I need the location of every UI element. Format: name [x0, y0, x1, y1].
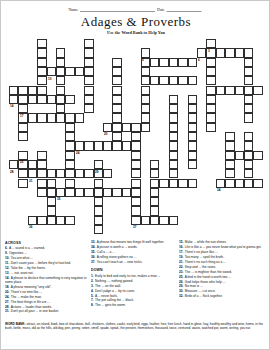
worksheet-page: NameDate Adages & Proverbs Use the Word …: [0, 0, 270, 350]
grid-cell[interactable]: [56, 169, 65, 178]
grid-cell[interactable]: [65, 216, 74, 225]
clue-number: 28: [10, 170, 13, 173]
grid-cell[interactable]: [18, 123, 27, 132]
grid-cell[interactable]: 12: [9, 86, 18, 95]
grid-cell[interactable]: [188, 104, 197, 113]
grid-cell[interactable]: [131, 169, 140, 178]
grid-cell[interactable]: [94, 188, 103, 197]
grid-cell[interactable]: [65, 95, 74, 104]
across-clue: 6. A ... saved is a ... earned.: [5, 246, 89, 250]
down-clue: 1. Early to bed and early to rise, makes…: [91, 274, 177, 278]
across-down-clues-column: 33. A phrase that means two things fit w…: [91, 240, 177, 324]
grid-cell[interactable]: 17: [18, 104, 27, 113]
grid-cell[interactable]: [244, 151, 253, 160]
down-clue: 17. There's no place like ...: [179, 250, 267, 254]
grid-cell[interactable]: [84, 104, 93, 113]
grid-cell[interactable]: [150, 188, 159, 197]
grid-cell[interactable]: [244, 160, 253, 169]
grid-cell[interactable]: [75, 67, 84, 76]
grid-cell[interactable]: [65, 132, 74, 141]
grid-cell[interactable]: [188, 141, 197, 150]
grid-cell[interactable]: 26: [37, 151, 46, 160]
across-clues-column: ACROSS6. A ... saved is a ... earned.9. …: [5, 240, 89, 324]
grid-cell[interactable]: [235, 179, 244, 188]
grid-cell[interactable]: 19: [65, 113, 74, 122]
grid-cell[interactable]: [103, 188, 112, 197]
grid-cell[interactable]: [206, 113, 215, 122]
grid-cell[interactable]: 16: [188, 95, 197, 104]
grid-cell[interactable]: [225, 86, 234, 95]
across-clue: 12. Take the ... by the horns.: [5, 266, 89, 270]
clue-number: 14: [10, 104, 13, 107]
clue-number: 25: [20, 160, 23, 163]
grid-cell[interactable]: [112, 67, 121, 76]
grid-cell[interactable]: [206, 67, 215, 76]
grid-cell[interactable]: [37, 188, 46, 197]
grid-cell[interactable]: [150, 206, 159, 215]
grid-cell[interactable]: [56, 58, 65, 67]
word-bank-label: WORD BANK:: [5, 322, 26, 326]
grid-cell[interactable]: [253, 179, 262, 188]
grid-cell[interactable]: [37, 58, 46, 67]
grid-cell[interactable]: 1: [37, 39, 46, 48]
grid-cell[interactable]: [18, 132, 27, 141]
grid-cell[interactable]: [225, 179, 234, 188]
grid-cell[interactable]: [150, 169, 159, 178]
grid-cell[interactable]: [112, 188, 121, 197]
down-clue: 2. Nothing ..., nothing gained.: [91, 279, 177, 283]
grid-cell[interactable]: [112, 123, 121, 132]
grid-cell[interactable]: [141, 123, 150, 132]
grid-cell[interactable]: 20: [103, 123, 112, 132]
grid-cell[interactable]: [18, 179, 27, 188]
grid-cell[interactable]: [37, 169, 46, 178]
grid-cell[interactable]: [28, 113, 37, 122]
grid-cell[interactable]: [37, 160, 46, 169]
down-clue: 26. God helps those who help ...: [179, 279, 267, 283]
grid-cell[interactable]: [37, 95, 46, 104]
down-clue: 21. There's no such thing as a ...: [179, 260, 267, 264]
grid-cell[interactable]: [94, 206, 103, 215]
grid-cell[interactable]: [244, 113, 253, 122]
clue-number: 3: [208, 49, 210, 52]
grid-cell[interactable]: [131, 141, 140, 150]
grid-cell[interactable]: [244, 95, 253, 104]
grid-cell[interactable]: [169, 58, 178, 67]
grid-cell[interactable]: [103, 169, 112, 178]
grid-cell[interactable]: [169, 123, 178, 132]
grid-cell[interactable]: [169, 104, 178, 113]
grid-cell[interactable]: [225, 169, 234, 178]
across-clue: 10. You are what ...: [5, 256, 89, 260]
word-bank-words: attract, an island, book, box of chocola…: [5, 322, 263, 330]
grid-cell[interactable]: [56, 113, 65, 122]
grid-cell[interactable]: [216, 86, 225, 95]
grid-cell[interactable]: [206, 58, 215, 67]
grid-cell[interactable]: [188, 58, 197, 67]
grid-cell[interactable]: [47, 169, 56, 178]
across-clue: 24. The ... make the man.: [5, 294, 89, 298]
grid-cell[interactable]: 29: [94, 160, 103, 169]
across-clue: 35. Call a ... a ...: [91, 250, 177, 254]
grid-cell[interactable]: [159, 76, 168, 85]
grid-cell[interactable]: [112, 95, 121, 104]
grid-cell[interactable]: 27: [225, 151, 234, 160]
grid-cell[interactable]: [169, 132, 178, 141]
grid-cell[interactable]: [122, 123, 131, 132]
grid-cell[interactable]: [206, 104, 215, 113]
grid-cell[interactable]: [37, 67, 46, 76]
grid-cell[interactable]: [178, 76, 187, 85]
down-clue: 25. A bird in the hand is worth two ...: [179, 274, 267, 278]
grid-cell[interactable]: 2: [84, 39, 93, 48]
down-clue: 19. Too many ... spoil the broth.: [179, 255, 267, 259]
down-clue: 5. A ... never boils.: [91, 293, 177, 297]
grid-cell[interactable]: [141, 86, 150, 95]
clue-number: 35: [57, 197, 60, 200]
clue-number: 36: [29, 225, 32, 228]
grid-cell[interactable]: [188, 132, 197, 141]
grid-cell[interactable]: [94, 225, 103, 234]
grid-cell[interactable]: [84, 141, 93, 150]
grid-cell[interactable]: [56, 67, 65, 76]
grid-cell[interactable]: [28, 95, 37, 104]
clue-number: 10: [48, 77, 51, 80]
grid-cell[interactable]: [47, 95, 56, 104]
grid-cell[interactable]: [141, 67, 150, 76]
grid-cell[interactable]: [112, 104, 121, 113]
grid-cell[interactable]: 22: [225, 132, 234, 141]
grid-cell[interactable]: [84, 76, 93, 85]
grid-cell[interactable]: 23: [244, 132, 253, 141]
grid-cell[interactable]: [94, 216, 103, 225]
across-clue: 9. Opposites ...: [5, 251, 89, 255]
down-clue: 4. Don't judge a ... by its cover.: [91, 288, 177, 292]
grid-cell[interactable]: [169, 141, 178, 150]
grid-cell[interactable]: [206, 76, 215, 85]
across-clue: 11. Don't count your ... before they're …: [5, 261, 89, 265]
grid-cell[interactable]: [244, 179, 253, 188]
clue-number: 20: [104, 132, 107, 135]
down-clue: 15. Make ... while the sun shines.: [179, 240, 267, 244]
across-clue: 37. You can't teach an ... new tricks.: [91, 260, 177, 264]
grid-cell[interactable]: 3: [206, 39, 215, 48]
grid-cell[interactable]: [75, 113, 84, 122]
grid-cell[interactable]: [244, 104, 253, 113]
grid-cell[interactable]: [37, 179, 46, 188]
grid-cell[interactable]: 21: [131, 123, 140, 132]
grid-cell[interactable]: [188, 151, 197, 160]
grid-cell[interactable]: [253, 86, 262, 95]
date-blank-line[interactable]: [167, 7, 202, 12]
grid-cell[interactable]: [244, 58, 253, 67]
grid-cell[interactable]: [150, 76, 159, 85]
grid-cell[interactable]: [122, 188, 131, 197]
grid-cell[interactable]: 5: [141, 48, 150, 57]
grid-cell[interactable]: 35: [56, 188, 65, 197]
grid-cell[interactable]: [131, 160, 140, 169]
grid-cell[interactable]: 14: [9, 95, 18, 104]
grid-cell[interactable]: [65, 151, 74, 160]
down-clue: 32. Birds of a ... flock together.: [179, 294, 267, 298]
date-label: Date: [157, 8, 165, 13]
grid-cell[interactable]: 25: [18, 151, 27, 160]
grid-cell[interactable]: [65, 123, 74, 132]
grid-cell[interactable]: [169, 169, 178, 178]
grid-cell[interactable]: [94, 197, 103, 206]
down-clue: 16. Life is like a ... you never know wh…: [179, 245, 267, 249]
grid-cell[interactable]: [188, 179, 197, 188]
grid-cell[interactable]: [84, 86, 93, 95]
grid-cell[interactable]: [37, 216, 46, 225]
grid-cell[interactable]: [103, 141, 112, 150]
grid-cell[interactable]: [244, 86, 253, 95]
grid-cell[interactable]: [112, 141, 121, 150]
name-label: Name: [68, 8, 78, 13]
page-title: Adages & Proverbs: [1, 14, 270, 30]
grid-cell[interactable]: [112, 86, 121, 95]
grid-cell[interactable]: [188, 123, 197, 132]
across-clue: 36. A rolling stone gathers no ...: [91, 255, 177, 259]
grid-cell[interactable]: [112, 113, 121, 122]
grid-cell[interactable]: 10: [47, 67, 56, 76]
grid-cell[interactable]: [150, 216, 159, 225]
across-clue: 20. There's no time like ...: [5, 290, 89, 294]
grid-cell[interactable]: [188, 76, 197, 85]
down-clue: 29. No man is ...: [179, 284, 267, 288]
down-clue: 23. The ... is mightier than the sword.: [179, 269, 267, 273]
across-clue: 33. A phrase that means two things fit w…: [91, 240, 177, 244]
grid-cell[interactable]: [131, 188, 140, 197]
grid-cell[interactable]: [56, 86, 65, 95]
grid-cell[interactable]: [65, 179, 74, 188]
grid-cell[interactable]: [65, 67, 74, 76]
grid-cell[interactable]: [169, 76, 178, 85]
down-clue: 7. The pot calling the ... black.: [91, 298, 177, 302]
grid-cell[interactable]: [141, 113, 150, 122]
grid-cell[interactable]: 36: [28, 216, 37, 225]
grid-cell[interactable]: [84, 169, 93, 178]
grid-cell[interactable]: [244, 141, 253, 150]
across-header: ACROSS: [5, 240, 89, 245]
down-clue: 3. The ... on the wall.: [91, 283, 177, 287]
grid-cell[interactable]: [131, 206, 140, 215]
grid-cell[interactable]: [37, 86, 46, 95]
grid-cell[interactable]: [28, 86, 37, 95]
clue-number: 17: [20, 114, 23, 117]
down-clue: 30. Measure ..., cut once.: [179, 289, 267, 293]
grid-cell[interactable]: [225, 141, 234, 150]
grid-cell[interactable]: [84, 188, 93, 197]
grid-cell[interactable]: 11: [141, 76, 150, 85]
word-bank: WORD BANK: attract, an island, book, box…: [5, 322, 267, 348]
grid-cell[interactable]: [47, 197, 56, 206]
grid-cell[interactable]: [112, 76, 121, 85]
grid-cell[interactable]: [94, 141, 103, 150]
grid-cell[interactable]: [244, 169, 253, 178]
grid-cell[interactable]: [28, 160, 37, 169]
grid-cell[interactable]: [56, 216, 65, 225]
across-clue: 34. A picture is worth a ... words.: [91, 245, 177, 249]
grid-cell[interactable]: [235, 48, 244, 57]
down-clues-column: 15. Make ... while the sun shines.16. Li…: [179, 240, 267, 324]
grid-cell[interactable]: [56, 76, 65, 85]
grid-cell[interactable]: 8: [112, 58, 121, 67]
grid-cell[interactable]: [150, 58, 159, 67]
name-blank-line[interactable]: [80, 7, 155, 12]
grid-cell[interactable]: [84, 67, 93, 76]
grid-cell[interactable]: [225, 160, 234, 169]
grid-cell[interactable]: [84, 95, 93, 104]
grid-cell[interactable]: [225, 48, 234, 57]
across-clue: 28. Actions ... louder than words.: [5, 304, 89, 308]
clue-number: 5: [142, 58, 144, 61]
clue-number: 37: [133, 225, 136, 228]
grid-cell[interactable]: [188, 160, 197, 169]
grid-cell[interactable]: [47, 216, 56, 225]
grid-cell[interactable]: [37, 76, 46, 85]
grid-cell[interactable]: [150, 197, 159, 206]
grid-cell[interactable]: [169, 216, 178, 225]
grid-cell[interactable]: [84, 48, 93, 57]
grid-cell[interactable]: [131, 151, 140, 160]
grid-cell[interactable]: [169, 179, 178, 188]
grid-cell[interactable]: [159, 216, 168, 225]
down-clue: 8. The ... gets the worm.: [91, 303, 177, 307]
grid-cell[interactable]: [141, 95, 150, 104]
grid-cell[interactable]: [18, 169, 27, 178]
grid-cell[interactable]: [65, 141, 74, 150]
grid-cell[interactable]: [112, 132, 121, 141]
grid-cell[interactable]: [84, 58, 93, 67]
clue-number: 31: [29, 179, 32, 182]
grid-cell[interactable]: [216, 48, 225, 57]
grid-cell[interactable]: [47, 188, 56, 197]
grid-cell[interactable]: [206, 123, 215, 132]
grid-cell[interactable]: [47, 206, 56, 215]
grid-cell[interactable]: [169, 113, 178, 122]
across-clue: 18. A phrase meaning "very old".: [5, 285, 89, 289]
grid-cell[interactable]: 6: [197, 48, 206, 57]
grid-cell[interactable]: 32: [47, 179, 56, 188]
grid-cell[interactable]: [159, 58, 168, 67]
grid-cell[interactable]: 31: [28, 169, 37, 178]
grid-cell[interactable]: [75, 169, 84, 178]
grid-cell[interactable]: 4: [56, 48, 65, 57]
grid-cell[interactable]: 28: [9, 160, 18, 169]
grid-cell[interactable]: [56, 95, 65, 104]
grid-cell[interactable]: [159, 179, 168, 188]
down-clue: 22. Stop and ... the roses.: [179, 265, 267, 269]
grid-cell[interactable]: [131, 179, 140, 188]
clue-number: 34: [217, 188, 220, 191]
across-clue: 14. A phrase to declare that something i…: [5, 276, 89, 284]
crossword-grid: 6910111213141819202124272831333435363712…: [9, 39, 263, 234]
grid-cell[interactable]: 34: [216, 179, 225, 188]
clue-number: 29: [95, 170, 98, 173]
clue-number: 6: [198, 58, 200, 61]
down-header: DOWN: [91, 268, 177, 273]
grid-cell[interactable]: 24: [75, 141, 84, 150]
grid-cell[interactable]: 33: [150, 179, 159, 188]
grid-cell[interactable]: [169, 160, 178, 169]
page-subtitle: Use the Word Bank to Help You: [1, 30, 270, 38]
grid-cell[interactable]: [244, 76, 253, 85]
grid-cell[interactable]: [141, 216, 150, 225]
across-clue: 31. Don't put all your ... in one basket…: [5, 309, 89, 313]
grid-cell[interactable]: [56, 104, 65, 113]
grid-cell[interactable]: [141, 104, 150, 113]
grid-cell[interactable]: [94, 179, 103, 188]
grid-cell[interactable]: [206, 95, 215, 104]
grid-cell[interactable]: [18, 95, 27, 104]
grid-cell[interactable]: [65, 160, 74, 169]
grid-cell[interactable]: [235, 86, 244, 95]
grid-cell[interactable]: [131, 197, 140, 206]
grid-cell[interactable]: [244, 67, 253, 76]
grid-cell[interactable]: [65, 188, 74, 197]
grid-cell[interactable]: 15: [169, 95, 178, 104]
clue-number: 24: [76, 151, 79, 154]
grid-cell[interactable]: [122, 141, 131, 150]
across-clue: 13. ... not, want not.: [5, 271, 89, 275]
grid-cell[interactable]: [131, 132, 140, 141]
grid-cell[interactable]: 13: [206, 86, 215, 95]
grid-cell[interactable]: [65, 169, 74, 178]
grid-cell[interactable]: [253, 151, 262, 160]
grid-cell[interactable]: [37, 48, 46, 57]
grid-cell[interactable]: [47, 113, 56, 122]
grid-cell[interactable]: [37, 113, 46, 122]
grid-cell[interactable]: 30: [150, 160, 159, 169]
grid-cell[interactable]: [178, 179, 187, 188]
grid-cell[interactable]: 37: [131, 216, 140, 225]
grid-cell[interactable]: [188, 113, 197, 122]
grid-cell[interactable]: [169, 151, 178, 160]
grid-cell[interactable]: [235, 151, 244, 160]
grid-cell[interactable]: [75, 188, 84, 197]
grid-cell[interactable]: [18, 86, 27, 95]
grid-cell[interactable]: 7: [244, 48, 253, 57]
across-clue: 27. The best things in life are ...: [5, 299, 89, 303]
grid-cell[interactable]: [178, 58, 187, 67]
